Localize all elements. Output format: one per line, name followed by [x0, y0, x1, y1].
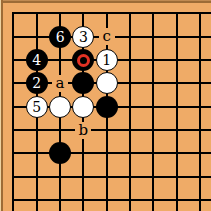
grid-line-horizontal	[12, 199, 211, 201]
stone-black-6[interactable]: 6	[49, 26, 71, 48]
grid-line-vertical	[152, 12, 154, 211]
red-circle-marker-icon	[77, 54, 90, 67]
grid-line-horizontal	[12, 12, 211, 14]
grid-line-vertical	[12, 12, 14, 211]
grid-line-horizontal	[12, 176, 211, 178]
move-number: 1	[102, 53, 111, 67]
go-board: cab634125	[0, 0, 211, 211]
stone-white[interactable]	[96, 72, 118, 94]
stone-black-2[interactable]: 2	[26, 72, 48, 94]
move-number: 5	[32, 99, 41, 113]
stone-white-1[interactable]: 1	[96, 49, 118, 71]
move-number: 6	[56, 29, 65, 43]
stone-black[interactable]	[49, 142, 71, 164]
stone-white[interactable]	[72, 96, 94, 118]
point-label-b[interactable]: b	[75, 122, 91, 139]
point-label-c[interactable]: c	[99, 28, 115, 45]
stone-black-4[interactable]: 4	[26, 49, 48, 71]
grid-line-vertical	[199, 12, 201, 211]
stone-black[interactable]	[72, 72, 94, 94]
stone-black[interactable]	[96, 96, 118, 118]
grid-line-horizontal	[12, 152, 211, 154]
move-number: 3	[79, 29, 88, 43]
move-number: 4	[32, 53, 41, 67]
grid-line-vertical	[129, 12, 131, 211]
point-label-a[interactable]: a	[52, 75, 68, 92]
go-board-diagram: cab634125	[0, 0, 211, 211]
grid-line-vertical	[176, 12, 178, 211]
move-number: 2	[32, 76, 41, 90]
stone-white-5[interactable]: 5	[26, 96, 48, 118]
stone-white[interactable]	[49, 96, 71, 118]
stone-black-marked[interactable]	[72, 49, 94, 71]
grid-line-horizontal	[12, 129, 211, 131]
stone-white-3[interactable]: 3	[72, 26, 94, 48]
